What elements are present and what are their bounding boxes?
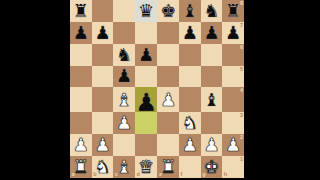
- rank-label-1: 1: [240, 157, 243, 163]
- black-pawn[interactable]: ♟: [135, 90, 157, 115]
- square-b5[interactable]: [92, 66, 114, 88]
- white-rook[interactable]: ♜: [73, 158, 89, 176]
- square-g3[interactable]: [201, 112, 223, 134]
- white-pawn[interactable]: ♟: [225, 136, 241, 154]
- square-f5[interactable]: [179, 66, 201, 88]
- square-g7[interactable]: ♟: [201, 22, 223, 44]
- black-knight[interactable]: ♞: [116, 45, 132, 63]
- square-g1[interactable]: ♚g: [201, 156, 223, 178]
- white-pawn[interactable]: ♟: [73, 136, 89, 154]
- screenshot-background: ♜♛♚♝♞♜8♟♟♟♟♟7♞♟6♟5♝♟♟♝4♟♞3♟♟♟♟♟2♜a♞b♝c♛d…: [0, 0, 320, 180]
- black-queen[interactable]: ♛: [138, 1, 154, 19]
- square-c6[interactable]: ♞: [113, 44, 135, 66]
- square-f2[interactable]: ♟: [179, 134, 201, 156]
- square-f8[interactable]: ♝: [179, 0, 201, 22]
- square-d8[interactable]: ♛: [135, 0, 157, 22]
- black-knight[interactable]: ♞: [203, 1, 219, 19]
- square-h8[interactable]: ♜8: [222, 0, 244, 22]
- square-e8[interactable]: ♚: [157, 0, 179, 22]
- black-bishop[interactable]: ♝: [182, 1, 198, 19]
- square-h1[interactable]: 1h: [222, 156, 244, 178]
- square-h3[interactable]: 3: [222, 112, 244, 134]
- square-g6[interactable]: [201, 44, 223, 66]
- black-pawn[interactable]: ♟: [138, 45, 154, 63]
- square-c8[interactable]: [113, 0, 135, 22]
- square-h7[interactable]: ♟7: [222, 22, 244, 44]
- square-g5[interactable]: [201, 66, 223, 88]
- black-pawn[interactable]: ♟: [94, 23, 110, 41]
- square-f3[interactable]: ♞: [179, 112, 201, 134]
- rank-label-6: 6: [240, 45, 243, 51]
- square-e1[interactable]: ♜e: [157, 156, 179, 178]
- square-d1[interactable]: ♛d: [135, 156, 157, 178]
- file-label-f: f: [181, 172, 183, 178]
- square-b3[interactable]: [92, 112, 114, 134]
- square-a6[interactable]: [70, 44, 92, 66]
- square-a7[interactable]: ♟: [70, 22, 92, 44]
- square-d3[interactable]: [135, 112, 157, 134]
- square-c4[interactable]: ♝: [113, 87, 135, 112]
- black-pawn[interactable]: ♟: [73, 23, 89, 41]
- square-g2[interactable]: ♟: [201, 134, 223, 156]
- square-a5[interactable]: [70, 66, 92, 88]
- square-c3[interactable]: ♟: [113, 112, 135, 134]
- square-b1[interactable]: ♞b: [92, 156, 114, 178]
- square-e6[interactable]: [157, 44, 179, 66]
- white-knight[interactable]: ♞: [94, 158, 110, 176]
- square-c2[interactable]: [113, 134, 135, 156]
- square-b2[interactable]: ♟: [92, 134, 114, 156]
- square-f6[interactable]: [179, 44, 201, 66]
- white-bishop[interactable]: ♝: [116, 90, 132, 108]
- square-f1[interactable]: f: [179, 156, 201, 178]
- square-h4[interactable]: 4: [222, 87, 244, 112]
- square-a2[interactable]: ♟: [70, 134, 92, 156]
- square-h6[interactable]: 6: [222, 44, 244, 66]
- square-e3[interactable]: [157, 112, 179, 134]
- white-pawn[interactable]: ♟: [203, 136, 219, 154]
- white-pawn[interactable]: ♟: [94, 136, 110, 154]
- square-a4[interactable]: [70, 87, 92, 112]
- square-f7[interactable]: ♟: [179, 22, 201, 44]
- black-king[interactable]: ♚: [160, 1, 176, 19]
- black-pawn[interactable]: ♟: [182, 23, 198, 41]
- square-c1[interactable]: ♝c: [113, 156, 135, 178]
- black-bishop[interactable]: ♝: [203, 90, 219, 108]
- square-b6[interactable]: [92, 44, 114, 66]
- white-bishop[interactable]: ♝: [116, 158, 132, 176]
- black-rook[interactable]: ♜: [73, 1, 89, 19]
- white-pawn[interactable]: ♟: [160, 90, 176, 108]
- square-b4[interactable]: [92, 87, 114, 112]
- square-a1[interactable]: ♜a: [70, 156, 92, 178]
- square-h2[interactable]: ♟2: [222, 134, 244, 156]
- rank-label-4: 4: [240, 88, 243, 94]
- square-g8[interactable]: ♞: [201, 0, 223, 22]
- square-f4[interactable]: [179, 87, 201, 112]
- rank-label-5: 5: [240, 67, 243, 73]
- white-knight[interactable]: ♞: [182, 114, 198, 132]
- square-d5[interactable]: [135, 66, 157, 88]
- white-pawn[interactable]: ♟: [182, 136, 198, 154]
- square-d7[interactable]: [135, 22, 157, 44]
- white-king[interactable]: ♚: [203, 158, 219, 176]
- square-c5[interactable]: ♟: [113, 66, 135, 88]
- square-g4[interactable]: ♝: [201, 87, 223, 112]
- square-b8[interactable]: [92, 0, 114, 22]
- white-pawn[interactable]: ♟: [116, 114, 132, 132]
- square-e7[interactable]: [157, 22, 179, 44]
- black-pawn[interactable]: ♟: [203, 23, 219, 41]
- white-rook[interactable]: ♜: [160, 158, 176, 176]
- chess-board[interactable]: ♜♛♚♝♞♜8♟♟♟♟♟7♞♟6♟5♝♟♟♝4♟♞3♟♟♟♟♟2♜a♞b♝c♛d…: [70, 0, 244, 178]
- square-a3[interactable]: [70, 112, 92, 134]
- square-e2[interactable]: [157, 134, 179, 156]
- square-d6[interactable]: ♟: [135, 44, 157, 66]
- square-h5[interactable]: 5: [222, 66, 244, 88]
- black-rook[interactable]: ♜: [225, 1, 241, 19]
- square-d2[interactable]: [135, 134, 157, 156]
- white-queen[interactable]: ♛: [138, 158, 154, 176]
- black-pawn[interactable]: ♟: [116, 67, 132, 85]
- rank-label-3: 3: [240, 113, 243, 119]
- square-b7[interactable]: ♟: [92, 22, 114, 44]
- file-label-h: h: [224, 172, 227, 178]
- square-d4[interactable]: ♟: [135, 87, 157, 112]
- square-e5[interactable]: [157, 66, 179, 88]
- black-pawn[interactable]: ♟: [225, 23, 241, 41]
- square-e4[interactable]: ♟: [157, 87, 179, 112]
- square-a8[interactable]: ♜: [70, 0, 92, 22]
- square-c7[interactable]: [113, 22, 135, 44]
